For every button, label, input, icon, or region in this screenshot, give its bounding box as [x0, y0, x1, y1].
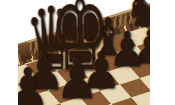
background-left-margin: [0, 0, 18, 105]
background-right-margin: [150, 0, 175, 105]
chess-set-photo: ♟♟♛♚♟♟♝♟♞♟: [0, 0, 175, 105]
piece-pawn-d7: ♟: [55, 51, 98, 105]
pieces-layer: ♟♟♛♚♟♟♝♟♞♟: [0, 0, 175, 105]
